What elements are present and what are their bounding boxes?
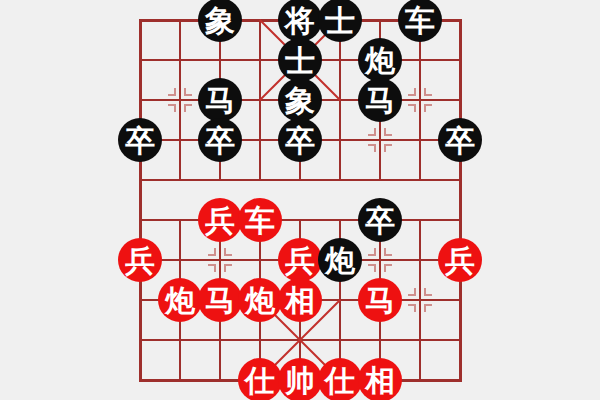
piece-red-elephant[interactable]: 相 (358, 358, 402, 400)
grid-line (419, 219, 421, 381)
point-marker (168, 104, 176, 112)
piece-red-advisor[interactable]: 仕 (238, 358, 282, 400)
point-marker (384, 144, 392, 152)
point-marker (424, 88, 432, 96)
piece-black-soldier[interactable]: 卒 (118, 118, 162, 162)
point-marker (208, 264, 216, 272)
xiangqi-board[interactable]: 象将士车士炮马象马卒卒卒卒兵车卒兵兵炮兵炮马炮相马仕帅仕相 (0, 0, 600, 400)
piece-red-cannon[interactable]: 炮 (238, 278, 282, 322)
point-marker (424, 304, 432, 312)
point-marker (408, 304, 416, 312)
piece-red-soldier[interactable]: 兵 (438, 238, 482, 282)
piece-black-horse[interactable]: 马 (358, 78, 402, 122)
piece-black-horse[interactable]: 马 (198, 78, 242, 122)
point-marker (224, 248, 232, 256)
piece-red-chariot[interactable]: 车 (238, 198, 282, 242)
point-marker (184, 104, 192, 112)
piece-red-elephant[interactable]: 相 (278, 278, 322, 322)
piece-black-soldier[interactable]: 卒 (358, 198, 402, 242)
piece-red-soldier[interactable]: 兵 (198, 198, 242, 242)
point-marker (368, 248, 376, 256)
piece-black-soldier[interactable]: 卒 (438, 118, 482, 162)
point-marker (168, 88, 176, 96)
grid-line (139, 19, 142, 382)
point-marker (424, 288, 432, 296)
piece-black-soldier[interactable]: 卒 (198, 118, 242, 162)
piece-black-advisor[interactable]: 士 (278, 38, 322, 82)
piece-black-general[interactable]: 将 (278, 0, 322, 42)
grid-line (179, 19, 181, 181)
piece-black-advisor[interactable]: 士 (318, 0, 362, 42)
piece-red-soldier[interactable]: 兵 (278, 238, 322, 282)
piece-black-elephant[interactable]: 象 (198, 0, 242, 42)
point-marker (368, 144, 376, 152)
point-marker (408, 104, 416, 112)
point-marker (224, 264, 232, 272)
point-marker (384, 264, 392, 272)
point-marker (408, 288, 416, 296)
piece-red-horse[interactable]: 马 (358, 278, 402, 322)
piece-black-cannon[interactable]: 炮 (318, 238, 362, 282)
point-marker (208, 248, 216, 256)
piece-black-soldier[interactable]: 卒 (278, 118, 322, 162)
point-marker (384, 128, 392, 136)
piece-black-cannon[interactable]: 炮 (358, 38, 402, 82)
piece-red-cannon[interactable]: 炮 (158, 278, 202, 322)
grid-line (459, 19, 462, 382)
point-marker (384, 248, 392, 256)
point-marker (424, 104, 432, 112)
point-marker (368, 128, 376, 136)
point-marker (408, 88, 416, 96)
piece-red-general[interactable]: 帅 (278, 358, 322, 400)
grid-line (419, 19, 421, 181)
piece-red-soldier[interactable]: 兵 (118, 238, 162, 282)
piece-red-horse[interactable]: 马 (198, 278, 242, 322)
point-marker (368, 264, 376, 272)
piece-red-advisor[interactable]: 仕 (318, 358, 362, 400)
piece-black-elephant[interactable]: 象 (278, 78, 322, 122)
piece-black-chariot[interactable]: 车 (398, 0, 442, 42)
point-marker (184, 88, 192, 96)
